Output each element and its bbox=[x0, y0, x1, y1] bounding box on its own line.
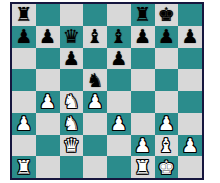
square-f7[interactable]: ♟ bbox=[131, 26, 155, 48]
white-pawn-piece: ♟ bbox=[134, 135, 151, 156]
black-king-piece: ♚ bbox=[158, 4, 175, 25]
square-b8[interactable] bbox=[36, 4, 60, 26]
square-b3[interactable] bbox=[36, 113, 60, 135]
square-d8[interactable] bbox=[83, 4, 107, 26]
white-king-piece: ♚ bbox=[158, 157, 175, 178]
square-g3[interactable]: ♟ bbox=[155, 113, 179, 135]
square-a5[interactable] bbox=[12, 69, 36, 91]
black-pawn-piece: ♟ bbox=[63, 48, 80, 69]
square-e1[interactable] bbox=[107, 156, 131, 178]
square-g6[interactable] bbox=[155, 48, 179, 70]
white-knight-piece: ♞ bbox=[63, 113, 80, 134]
black-pawn-piece: ♟ bbox=[158, 26, 175, 47]
square-h8[interactable] bbox=[178, 4, 202, 26]
square-f3[interactable] bbox=[131, 113, 155, 135]
square-e3[interactable]: ♟ bbox=[107, 113, 131, 135]
black-pawn-piece: ♟ bbox=[182, 26, 199, 47]
square-c4[interactable]: ♞ bbox=[60, 91, 84, 113]
square-g8[interactable]: ♚ bbox=[155, 4, 179, 26]
square-b7[interactable]: ♟ bbox=[36, 26, 60, 48]
black-pawn-piece: ♟ bbox=[39, 26, 56, 47]
square-b5[interactable] bbox=[36, 69, 60, 91]
square-h4[interactable] bbox=[178, 91, 202, 113]
square-c1[interactable] bbox=[60, 156, 84, 178]
square-b4[interactable]: ♟ bbox=[36, 91, 60, 113]
black-rook-piece: ♜ bbox=[134, 4, 151, 25]
square-e5[interactable] bbox=[107, 69, 131, 91]
square-h6[interactable] bbox=[178, 48, 202, 70]
square-b2[interactable] bbox=[36, 135, 60, 157]
square-f5[interactable] bbox=[131, 69, 155, 91]
square-d1[interactable] bbox=[83, 156, 107, 178]
square-a2[interactable] bbox=[12, 135, 36, 157]
white-rook-piece: ♜ bbox=[134, 157, 151, 178]
square-c6[interactable]: ♟ bbox=[60, 48, 84, 70]
square-f8[interactable]: ♜ bbox=[131, 4, 155, 26]
white-pawn-piece: ♟ bbox=[15, 113, 32, 134]
square-b1[interactable] bbox=[36, 156, 60, 178]
square-e7[interactable]: ♝ bbox=[107, 26, 131, 48]
square-h7[interactable]: ♟ bbox=[178, 26, 202, 48]
square-f2[interactable]: ♟ bbox=[131, 135, 155, 157]
square-h2[interactable]: ♟ bbox=[178, 135, 202, 157]
square-c8[interactable] bbox=[60, 4, 84, 26]
square-a3[interactable]: ♟ bbox=[12, 113, 36, 135]
square-a8[interactable]: ♜ bbox=[12, 4, 36, 26]
square-d6[interactable] bbox=[83, 48, 107, 70]
square-a1[interactable]: ♜ bbox=[12, 156, 36, 178]
white-pawn-piece: ♟ bbox=[158, 113, 175, 134]
square-d2[interactable] bbox=[83, 135, 107, 157]
square-d4[interactable]: ♟ bbox=[83, 91, 107, 113]
square-d3[interactable] bbox=[83, 113, 107, 135]
square-h5[interactable] bbox=[178, 69, 202, 91]
white-pawn-piece: ♟ bbox=[182, 135, 199, 156]
square-d7[interactable]: ♝ bbox=[83, 26, 107, 48]
square-h3[interactable] bbox=[178, 113, 202, 135]
white-rook-piece: ♜ bbox=[15, 157, 32, 178]
square-f6[interactable] bbox=[131, 48, 155, 70]
black-pawn-piece: ♟ bbox=[15, 26, 32, 47]
square-g1[interactable]: ♚ bbox=[155, 156, 179, 178]
black-queen-piece: ♛ bbox=[63, 26, 80, 47]
square-c2[interactable]: ♛ bbox=[60, 135, 84, 157]
white-bishop-piece: ♝ bbox=[158, 135, 175, 156]
white-pawn-piece: ♟ bbox=[87, 91, 104, 112]
white-knight-piece: ♞ bbox=[63, 91, 80, 112]
square-e6[interactable]: ♟ bbox=[107, 48, 131, 70]
square-c7[interactable]: ♛ bbox=[60, 26, 84, 48]
square-a6[interactable] bbox=[12, 48, 36, 70]
square-h1[interactable] bbox=[178, 156, 202, 178]
square-a4[interactable] bbox=[12, 91, 36, 113]
black-rook-piece: ♜ bbox=[15, 4, 32, 25]
chess-board-grid: ♜♜♚♟♟♛♝♝♟♟♟♟♟♞♟♞♟♟♞♟♟♛♟♝♟♜♜♚ bbox=[12, 4, 202, 178]
square-f4[interactable] bbox=[131, 91, 155, 113]
square-e2[interactable] bbox=[107, 135, 131, 157]
black-pawn-piece: ♟ bbox=[110, 48, 127, 69]
square-c3[interactable]: ♞ bbox=[60, 113, 84, 135]
square-g2[interactable]: ♝ bbox=[155, 135, 179, 157]
white-pawn-piece: ♟ bbox=[110, 113, 127, 134]
square-d5[interactable]: ♞ bbox=[83, 69, 107, 91]
chess-board: ♜♜♚♟♟♛♝♝♟♟♟♟♟♞♟♞♟♟♞♟♟♛♟♝♟♜♜♚ bbox=[10, 2, 204, 180]
white-pawn-piece: ♟ bbox=[39, 91, 56, 112]
black-knight-piece: ♞ bbox=[87, 70, 104, 91]
square-b6[interactable] bbox=[36, 48, 60, 70]
square-c5[interactable] bbox=[60, 69, 84, 91]
white-queen-piece: ♛ bbox=[63, 135, 80, 156]
square-f1[interactable]: ♜ bbox=[131, 156, 155, 178]
square-g5[interactable] bbox=[155, 69, 179, 91]
black-pawn-piece: ♟ bbox=[134, 26, 151, 47]
square-g7[interactable]: ♟ bbox=[155, 26, 179, 48]
black-bishop-piece: ♝ bbox=[110, 26, 127, 47]
square-g4[interactable] bbox=[155, 91, 179, 113]
square-e8[interactable] bbox=[107, 4, 131, 26]
square-e4[interactable] bbox=[107, 91, 131, 113]
square-a7[interactable]: ♟ bbox=[12, 26, 36, 48]
black-bishop-piece: ♝ bbox=[87, 26, 104, 47]
